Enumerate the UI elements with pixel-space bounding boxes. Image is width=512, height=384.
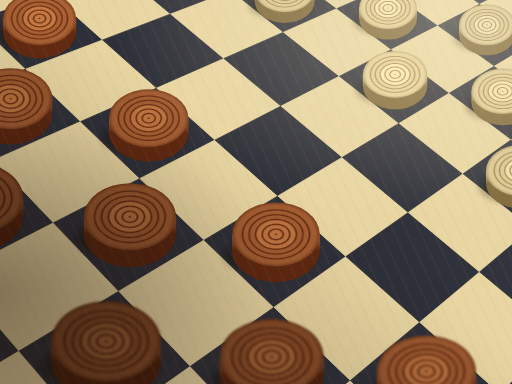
piece-face [363, 51, 427, 98]
piece-face [51, 301, 161, 381]
piece-face [109, 89, 188, 147]
piece-face [232, 202, 320, 266]
piece-face [84, 183, 176, 250]
checkers-board [0, 0, 512, 384]
checkers-photo-stage [0, 0, 512, 384]
